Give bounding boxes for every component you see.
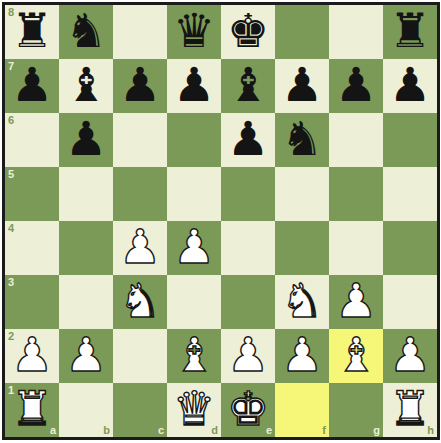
- piece-white-king[interactable]: ♚: [227, 382, 269, 436]
- piece-white-bishop[interactable]: ♝: [173, 328, 215, 382]
- piece-black-bishop[interactable]: ♝: [227, 58, 269, 112]
- square-c2[interactable]: [113, 329, 167, 383]
- square-g1[interactable]: g: [329, 383, 383, 437]
- piece-black-pawn[interactable]: ♟: [173, 58, 215, 112]
- square-e4[interactable]: [221, 221, 275, 275]
- square-h7[interactable]: ♟: [383, 59, 437, 113]
- square-c7[interactable]: ♟: [113, 59, 167, 113]
- square-d4[interactable]: ♟: [167, 221, 221, 275]
- piece-white-pawn[interactable]: ♟: [335, 274, 377, 328]
- square-c8[interactable]: [113, 5, 167, 59]
- square-f3[interactable]: ♞: [275, 275, 329, 329]
- piece-black-rook[interactable]: ♜: [11, 4, 53, 58]
- square-e5[interactable]: [221, 167, 275, 221]
- piece-white-knight[interactable]: ♞: [119, 274, 161, 328]
- square-e6[interactable]: ♟: [221, 113, 275, 167]
- square-c1[interactable]: c: [113, 383, 167, 437]
- square-g2[interactable]: ♝: [329, 329, 383, 383]
- file-label-g: g: [373, 425, 380, 436]
- square-a8[interactable]: 8♜: [5, 5, 59, 59]
- square-f6[interactable]: ♞: [275, 113, 329, 167]
- square-b6[interactable]: ♟: [59, 113, 113, 167]
- square-h2[interactable]: ♟: [383, 329, 437, 383]
- piece-white-pawn[interactable]: ♟: [389, 328, 431, 382]
- square-d6[interactable]: [167, 113, 221, 167]
- square-a4[interactable]: 4: [5, 221, 59, 275]
- piece-black-pawn[interactable]: ♟: [227, 112, 269, 166]
- square-f5[interactable]: [275, 167, 329, 221]
- square-a6[interactable]: 6: [5, 113, 59, 167]
- piece-black-pawn[interactable]: ♟: [119, 58, 161, 112]
- square-g7[interactable]: ♟: [329, 59, 383, 113]
- square-a5[interactable]: 5: [5, 167, 59, 221]
- piece-black-pawn[interactable]: ♟: [335, 58, 377, 112]
- square-b7[interactable]: ♝: [59, 59, 113, 113]
- square-e8[interactable]: ♚: [221, 5, 275, 59]
- square-d2[interactable]: ♝: [167, 329, 221, 383]
- piece-white-pawn[interactable]: ♟: [119, 220, 161, 274]
- square-c3[interactable]: ♞: [113, 275, 167, 329]
- square-g6[interactable]: [329, 113, 383, 167]
- piece-white-rook[interactable]: ♜: [11, 382, 53, 436]
- square-e7[interactable]: ♝: [221, 59, 275, 113]
- square-c6[interactable]: [113, 113, 167, 167]
- file-label-b: b: [103, 425, 110, 436]
- square-c5[interactable]: [113, 167, 167, 221]
- square-h1[interactable]: h♜: [383, 383, 437, 437]
- piece-black-pawn[interactable]: ♟: [389, 58, 431, 112]
- square-d1[interactable]: d♛: [167, 383, 221, 437]
- piece-black-pawn[interactable]: ♟: [281, 58, 323, 112]
- file-label-c: c: [158, 425, 164, 436]
- piece-white-rook[interactable]: ♜: [389, 382, 431, 436]
- piece-black-queen[interactable]: ♛: [173, 4, 215, 58]
- square-f4[interactable]: [275, 221, 329, 275]
- piece-black-bishop[interactable]: ♝: [65, 58, 107, 112]
- square-h4[interactable]: [383, 221, 437, 275]
- square-f1[interactable]: f: [275, 383, 329, 437]
- square-g8[interactable]: [329, 5, 383, 59]
- piece-white-pawn[interactable]: ♟: [173, 220, 215, 274]
- square-c4[interactable]: ♟: [113, 221, 167, 275]
- square-b1[interactable]: b: [59, 383, 113, 437]
- square-e3[interactable]: [221, 275, 275, 329]
- square-h6[interactable]: [383, 113, 437, 167]
- file-label-f: f: [322, 425, 326, 436]
- square-d7[interactable]: ♟: [167, 59, 221, 113]
- piece-black-knight[interactable]: ♞: [281, 112, 323, 166]
- rank-label-6: 6: [8, 115, 14, 126]
- piece-white-knight[interactable]: ♞: [281, 274, 323, 328]
- square-b8[interactable]: ♞: [59, 5, 113, 59]
- square-d3[interactable]: [167, 275, 221, 329]
- piece-black-pawn[interactable]: ♟: [65, 112, 107, 166]
- square-a2[interactable]: 2♟: [5, 329, 59, 383]
- square-f8[interactable]: [275, 5, 329, 59]
- square-g3[interactable]: ♟: [329, 275, 383, 329]
- piece-white-pawn[interactable]: ♟: [11, 328, 53, 382]
- square-h3[interactable]: [383, 275, 437, 329]
- square-b5[interactable]: [59, 167, 113, 221]
- square-b2[interactable]: ♟: [59, 329, 113, 383]
- piece-black-king[interactable]: ♚: [227, 4, 269, 58]
- rank-label-5: 5: [8, 169, 14, 180]
- piece-white-pawn[interactable]: ♟: [65, 328, 107, 382]
- square-h8[interactable]: ♜: [383, 5, 437, 59]
- piece-white-bishop[interactable]: ♝: [335, 328, 377, 382]
- square-d5[interactable]: [167, 167, 221, 221]
- square-f7[interactable]: ♟: [275, 59, 329, 113]
- chess-app-page: 8♜♞♛♚♜7♟♝♟♟♝♟♟♟6♟♟♞54♟♟3♞♞♟2♟♟♝♟♟♝♟1a♜bc…: [0, 0, 441, 443]
- square-g5[interactable]: [329, 167, 383, 221]
- piece-black-rook[interactable]: ♜: [389, 4, 431, 58]
- square-e1[interactable]: e♚: [221, 383, 275, 437]
- piece-white-queen[interactable]: ♛: [173, 382, 215, 436]
- square-g4[interactable]: [329, 221, 383, 275]
- rank-label-4: 4: [8, 223, 14, 234]
- square-f2[interactable]: ♟: [275, 329, 329, 383]
- square-b4[interactable]: [59, 221, 113, 275]
- chess-board: 8♜♞♛♚♜7♟♝♟♟♝♟♟♟6♟♟♞54♟♟3♞♞♟2♟♟♝♟♟♝♟1a♜bc…: [2, 2, 440, 440]
- square-a1[interactable]: 1a♜: [5, 383, 59, 437]
- square-b3[interactable]: [59, 275, 113, 329]
- rank-label-3: 3: [8, 277, 14, 288]
- square-h5[interactable]: [383, 167, 437, 221]
- piece-black-pawn[interactable]: ♟: [11, 58, 53, 112]
- square-d8[interactable]: ♛: [167, 5, 221, 59]
- piece-black-knight[interactable]: ♞: [65, 4, 107, 58]
- square-a7[interactable]: 7♟: [5, 59, 59, 113]
- square-e2[interactable]: ♟: [221, 329, 275, 383]
- piece-white-pawn[interactable]: ♟: [281, 328, 323, 382]
- piece-white-pawn[interactable]: ♟: [227, 328, 269, 382]
- square-a3[interactable]: 3: [5, 275, 59, 329]
